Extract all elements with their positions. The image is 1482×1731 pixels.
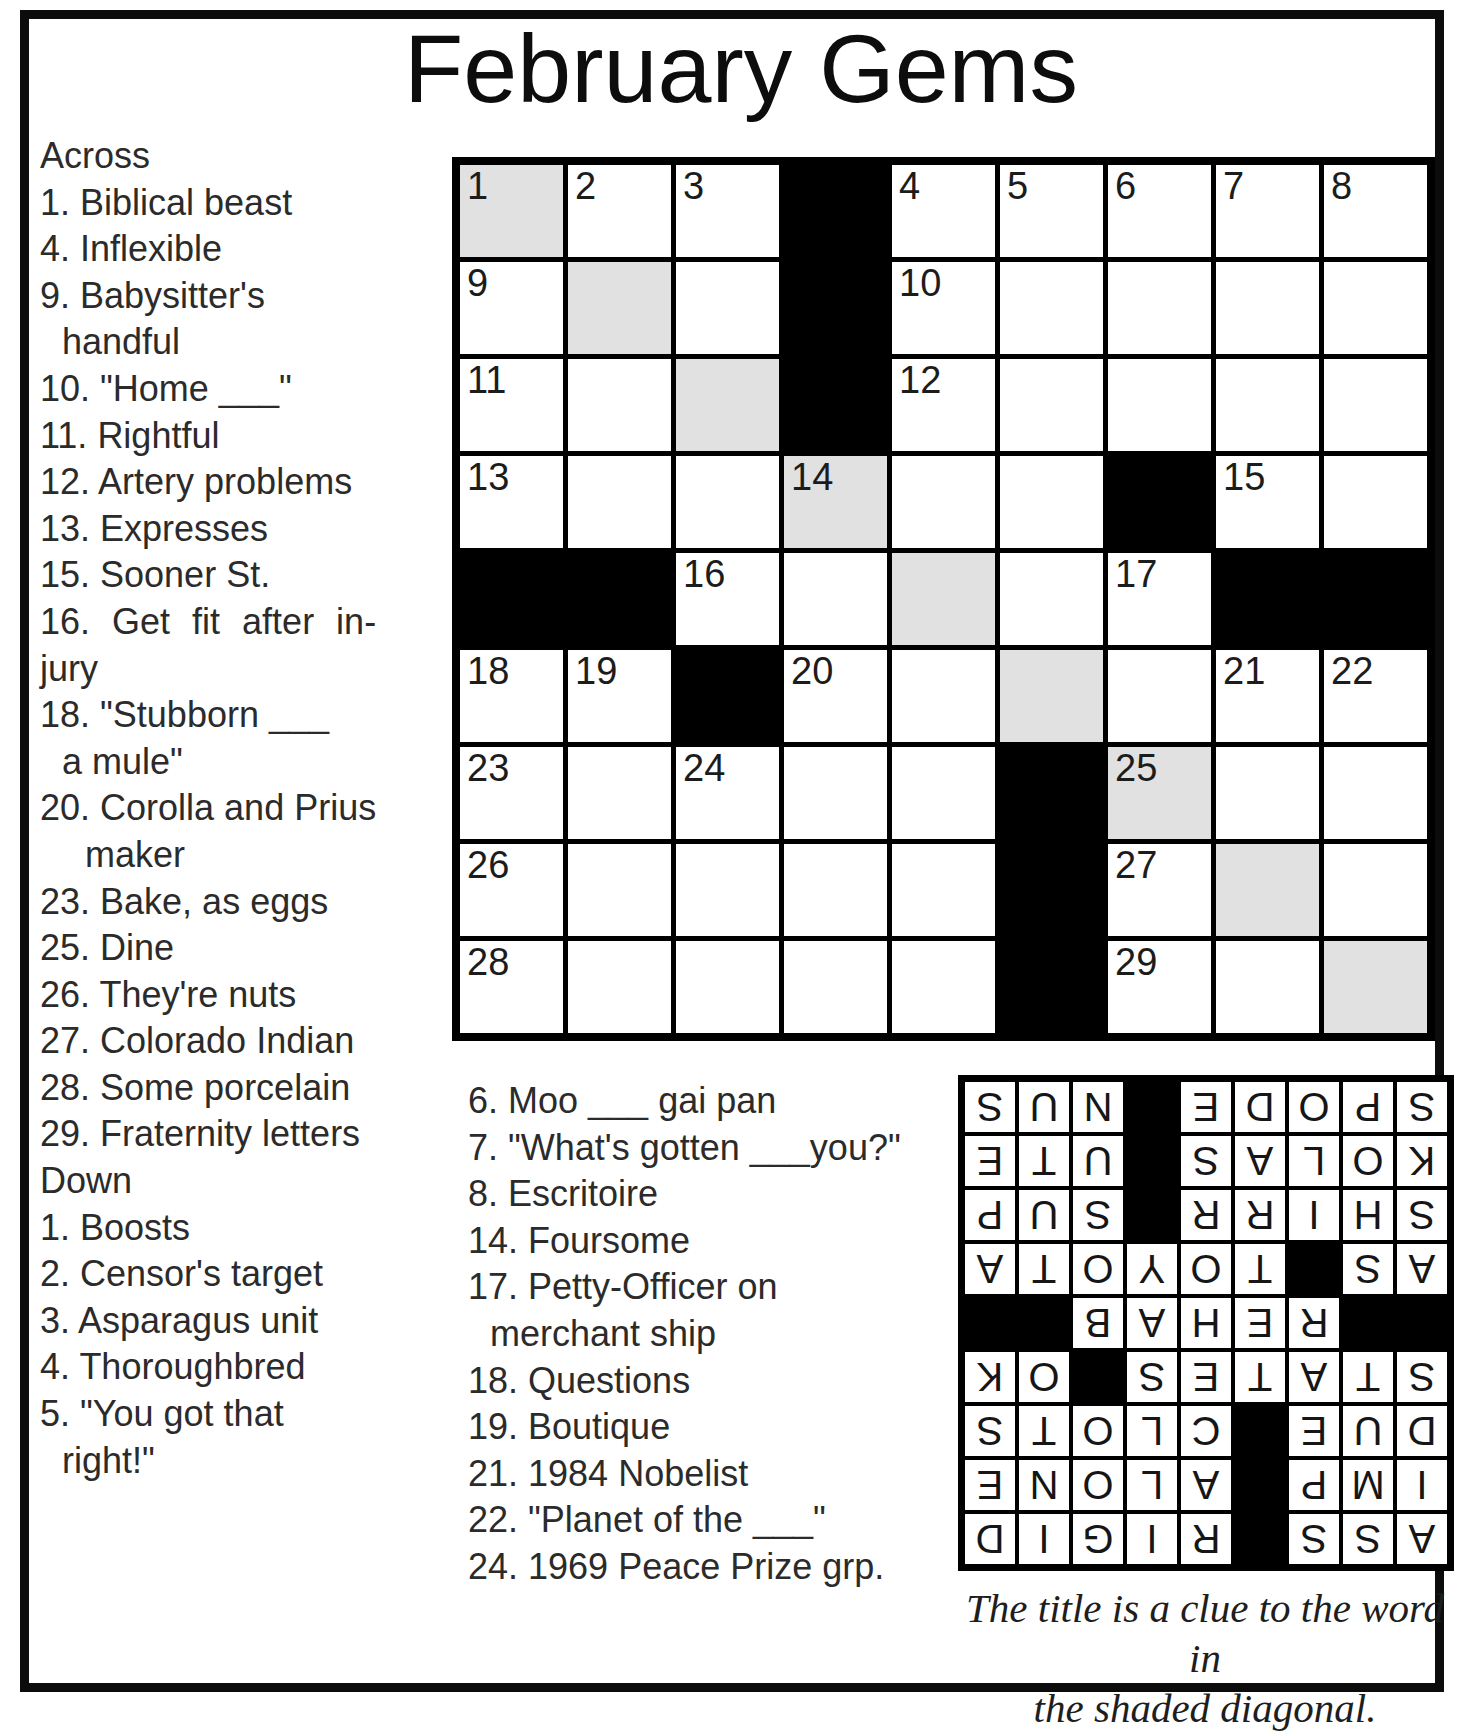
answer-cell-r7c7: S [1073,1190,1123,1240]
clue-line: 20. Corolla and Prius [40,785,412,832]
clue-line: 10. "Home ___" [40,366,412,413]
answer-cell-r5c5: H [1181,1298,1231,1348]
answer-cell-r3c6: L [1127,1406,1177,1456]
grid-cell-r5c8 [1216,553,1319,645]
clue-line: 21. 1984 Nobelist [468,1451,953,1498]
grid-cell-r1c3[interactable]: 3 [676,165,779,257]
footnote: The title is a clue to the word in the s… [945,1583,1465,1731]
grid-cell-r9c4[interactable] [784,941,887,1033]
grid-cell-r1c4 [784,165,887,257]
clue-number: 12 [899,360,941,402]
answer-cell-r4c2: T [1343,1352,1393,1402]
grid-cell-r9c1[interactable]: 28 [460,941,563,1033]
answer-cell-r3c5: C [1181,1406,1231,1456]
clue-number: 7 [1223,166,1244,208]
clue-number: 15 [1223,457,1265,499]
clue-number: 1 [467,166,488,208]
answer-cell-r9c4: D [1235,1082,1285,1132]
answer-cell-r7c9: P [965,1190,1015,1240]
grid-cell-r6c7[interactable] [1108,650,1211,742]
clue-number: 22 [1331,651,1373,693]
answer-cell-r2c1: I [1397,1460,1447,1510]
answer-cell-r5c2 [1343,1298,1393,1348]
answer-cell-r2c9: E [965,1460,1015,1510]
grid-cell-r3c1[interactable]: 11 [460,359,563,451]
answer-cell-r3c4 [1235,1406,1285,1456]
clue-line: jury [40,646,412,693]
answer-cell-r1c4 [1235,1514,1285,1564]
clue-line: 29. Fraternity letters [40,1111,412,1158]
grid-cell-r2c9[interactable] [1324,262,1427,354]
clue-line: 13. Expresses [40,506,412,553]
grid-cell-r1c6[interactable]: 5 [1000,165,1103,257]
clue-number: 6 [1115,166,1136,208]
answer-cell-r6c9: A [965,1244,1015,1294]
grid-cell-r5c6[interactable] [1000,553,1103,645]
clue-line: handful [40,319,412,366]
grid-cell-r5c2 [568,553,671,645]
grid-cell-r4c4[interactable]: 14 [784,456,887,548]
grid-cell-r7c8[interactable] [1216,747,1319,839]
grid-cell-r6c5[interactable] [892,650,995,742]
answer-cell-r1c9: D [965,1514,1015,1564]
answer-cell-r1c3: S [1289,1514,1339,1564]
answer-cell-r2c6: L [1127,1460,1177,1510]
answer-cell-r2c5: A [1181,1460,1231,1510]
grid-cell-r7c4[interactable] [784,747,887,839]
grid-cell-r1c9[interactable]: 8 [1324,165,1427,257]
grid-cell-r9c8[interactable] [1216,941,1319,1033]
grid-cell-r3c5[interactable]: 12 [892,359,995,451]
grid-cell-r3c3[interactable] [676,359,779,451]
answer-cell-r4c8: O [1019,1352,1069,1402]
answer-cell-r5c8 [1019,1298,1069,1348]
clue-number: 25 [1115,748,1157,790]
down-clues-continued-list: 6. Moo ___ gai pan7. "What's gotten ___y… [468,1078,953,1591]
grid-cell-r8c8[interactable] [1216,844,1319,936]
grid-cell-r4c2[interactable] [568,456,671,548]
grid-cell-r9c9[interactable] [1324,941,1427,1033]
clue-line: 22. "Planet of the ___" [468,1497,953,1544]
grid-cell-r2c6[interactable] [1000,262,1103,354]
clue-number: 8 [1331,166,1352,208]
grid-cell-r1c7[interactable]: 6 [1108,165,1211,257]
clue-number: 5 [1007,166,1028,208]
grid-cell-r6c6[interactable] [1000,650,1103,742]
grid-cell-r4c8[interactable]: 15 [1216,456,1319,548]
page: February Gems Across1. Biblical beast4. … [0,0,1482,1731]
clue-line: 28. Some porcelain [40,1065,412,1112]
grid-cell-r5c5[interactable] [892,553,995,645]
answer-cell-r3c1: D [1397,1406,1447,1456]
grid-cell-r4c7 [1108,456,1211,548]
grid-cell-r2c4 [784,262,887,354]
clue-number: 11 [467,360,506,402]
clue-line: 1. Biblical beast [40,180,412,227]
answer-cell-r7c8: U [1019,1190,1069,1240]
grid-cell-r7c3[interactable]: 24 [676,747,779,839]
clue-number: 26 [467,845,509,887]
answer-cell-r2c7: O [1073,1460,1123,1510]
answer-cell-r6c2: S [1343,1244,1393,1294]
answer-cell-r8c5: S [1181,1136,1231,1186]
answer-cell-r8c8: T [1019,1136,1069,1186]
clue-line: 3. Asparagus unit [40,1298,412,1345]
clue-number: 21 [1223,651,1265,693]
clue-line: a mule" [40,739,412,786]
clue-number: 28 [467,942,509,984]
answer-cell-r1c6: I [1127,1514,1177,1564]
answer-cell-r6c8: T [1019,1244,1069,1294]
answer-cell-r5c9 [965,1298,1015,1348]
answer-cell-r8c3: L [1289,1136,1339,1186]
grid-cell-r5c1 [460,553,563,645]
answer-cell-r2c2: M [1343,1460,1393,1510]
answer-cell-r5c1 [1397,1298,1447,1348]
answer-cell-r5c7: B [1073,1298,1123,1348]
answer-cell-r8c6 [1127,1136,1177,1186]
grid-cell-r8c2[interactable] [568,844,671,936]
clue-line: 4. Thoroughbred [40,1344,412,1391]
clue-number: 19 [575,651,617,693]
clue-line: 7. "What's gotten ___you?" [468,1125,953,1172]
grid-cell-r3c7[interactable] [1108,359,1211,451]
clue-line: merchant ship [468,1311,953,1358]
clue-line: maker [40,832,412,879]
answer-cell-r5c4: E [1235,1298,1285,1348]
answer-cell-r8c7: U [1073,1136,1123,1186]
answer-cell-r9c7: N [1073,1082,1123,1132]
clue-line: 4. Inflexible [40,226,412,273]
answer-cell-r8c4: A [1235,1136,1285,1186]
answer-grid-rotated: ASSRIGIDIMPALONEDUECLOTSSTATESOKREHABAST… [958,1075,1454,1571]
clue-number: 17 [1115,554,1157,596]
clue-line: 5. "You got that [40,1391,412,1438]
across-and-down-clues-list: Across1. Biblical beast4. Inflexible9. B… [40,133,412,1484]
main-grid: 1234567891011121314151617181920212223242… [452,157,1435,1041]
clue-line: 18. Questions [468,1358,953,1405]
answer-cell-r6c5: O [1181,1244,1231,1294]
clue-line: 19. Boutique [468,1404,953,1451]
grid-cell-r9c5[interactable] [892,941,995,1033]
clue-number: 18 [467,651,509,693]
answer-cell-r6c6: Y [1127,1244,1177,1294]
grid-cell-r7c5[interactable] [892,747,995,839]
grid-cell-r4c5[interactable] [892,456,995,548]
answer-cell-r9c9: S [965,1082,1015,1132]
answer-cell-r9c8: U [1019,1082,1069,1132]
answer-cell-r1c2: S [1343,1514,1393,1564]
clue-number: 23 [467,748,509,790]
grid-cell-r5c9 [1324,553,1427,645]
answer-cell-r9c5: E [1181,1082,1231,1132]
grid-cell-r7c1[interactable]: 23 [460,747,563,839]
grid-cell-r1c5[interactable]: 4 [892,165,995,257]
grid-cell-r5c4[interactable] [784,553,887,645]
answer-cell-r3c8: T [1019,1406,1069,1456]
clue-line: 23. Bake, as eggs [40,879,412,926]
grid-cell-r6c4[interactable]: 20 [784,650,887,742]
clue-line: right!" [40,1438,412,1485]
answer-cell-r9c2: P [1343,1082,1393,1132]
grid-cell-r2c8[interactable] [1216,262,1319,354]
grid-cell-r2c5[interactable]: 10 [892,262,995,354]
answer-cell-r3c7: O [1073,1406,1123,1456]
answer-cell-r3c3: E [1289,1406,1339,1456]
clue-number: 10 [899,263,941,305]
grid-cell-r3c9[interactable] [1324,359,1427,451]
grid-cell-r2c2[interactable] [568,262,671,354]
answer-cell-r1c1: A [1397,1514,1447,1564]
grid-cell-r1c2[interactable]: 2 [568,165,671,257]
answer-cell-r5c3: R [1289,1298,1339,1348]
answer-cell-r7c2: H [1343,1190,1393,1240]
grid-cell-r2c1[interactable]: 9 [460,262,563,354]
clue-line: 2. Censor's target [40,1251,412,1298]
clue-line: 12. Artery problems [40,459,412,506]
answer-cell-r7c1: S [1397,1190,1447,1240]
grid-cell-r8c3[interactable] [676,844,779,936]
clue-line: 9. Babysitter's [40,273,412,320]
clue-number: 3 [683,166,704,208]
grid-cell-r8c1[interactable]: 26 [460,844,563,936]
grid-cell-r6c8[interactable]: 21 [1216,650,1319,742]
answer-cell-r8c2: O [1343,1136,1393,1186]
clue-line: 25. Dine [40,925,412,972]
clue-line: Down [40,1158,412,1205]
grid-cell-r4c6[interactable] [1000,456,1103,548]
grid-cell-r7c7[interactable]: 25 [1108,747,1211,839]
grid-cell-r8c7[interactable]: 27 [1108,844,1211,936]
grid-cell-r7c9[interactable] [1324,747,1427,839]
answer-cell-r3c2: U [1343,1406,1393,1456]
grid-cell-r4c3[interactable] [676,456,779,548]
clue-number: 13 [467,457,509,499]
answer-cell-r6c3 [1289,1244,1339,1294]
answer-cell-r6c4: T [1235,1244,1285,1294]
clue-line: 15. Sooner St. [40,552,412,599]
answer-cell-r8c1: K [1397,1136,1447,1186]
grid-cell-r5c7[interactable]: 17 [1108,553,1211,645]
clue-number: 27 [1115,845,1157,887]
clue-line: 16. Get fit after in- [40,599,412,646]
answer-cell-r2c4 [1235,1460,1285,1510]
answer-cell-r3c9: S [965,1406,1015,1456]
grid-cell-r9c7[interactable]: 29 [1108,941,1211,1033]
answer-cell-r4c9: K [965,1352,1015,1402]
answer-cell-r9c6 [1127,1082,1177,1132]
grid-cell-r1c8[interactable]: 7 [1216,165,1319,257]
clue-line: 27. Colorado Indian [40,1018,412,1065]
clue-line: 24. 1969 Peace Prize grp. [468,1544,953,1591]
clue-line: 11. Rightful [40,413,412,460]
answer-cell-r4c1: S [1397,1352,1447,1402]
grid-cell-r9c2[interactable] [568,941,671,1033]
grid-cell-r8c5[interactable] [892,844,995,936]
clue-line: 8. Escritoire [468,1171,953,1218]
grid-cell-r4c9[interactable] [1324,456,1427,548]
clue-number: 20 [791,651,833,693]
grid-cell-r6c3 [676,650,779,742]
clue-number: 29 [1115,942,1157,984]
answer-cell-r1c7: G [1073,1514,1123,1564]
grid-cell-r9c6 [1000,941,1103,1033]
clue-number: 2 [575,166,596,208]
clue-line: 6. Moo ___ gai pan [468,1078,953,1125]
answer-cell-r7c3: I [1289,1190,1339,1240]
answer-cell-r1c8: I [1019,1514,1069,1564]
clue-number: 24 [683,748,725,790]
clue-line: 17. Petty-Officer on [468,1264,953,1311]
footnote-line-2: the shaded diagonal. [945,1683,1465,1731]
clue-line: 14. Foursome [468,1218,953,1265]
answer-cell-r5c6: A [1127,1298,1177,1348]
answer-cell-r2c8: N [1019,1460,1069,1510]
clue-number: 9 [467,263,488,305]
grid-cell-r6c9[interactable]: 22 [1324,650,1427,742]
answer-cell-r7c6 [1127,1190,1177,1240]
answer-cell-r6c1: A [1397,1244,1447,1294]
grid-cell-r8c4[interactable] [784,844,887,936]
answer-cell-r4c3: A [1289,1352,1339,1402]
grid-cell-r6c1[interactable]: 18 [460,650,563,742]
grid-cell-r6c2[interactable]: 19 [568,650,671,742]
grid-cell-r4c1[interactable]: 13 [460,456,563,548]
clue-line: 26. They're nuts [40,972,412,1019]
grid-cell-r7c6 [1000,747,1103,839]
clue-line: Across [40,133,412,180]
grid-cell-r2c3[interactable] [676,262,779,354]
grid-cell-r9c3[interactable] [676,941,779,1033]
grid-cell-r7c2[interactable] [568,747,671,839]
clue-line: 18. "Stubborn ___ [40,692,412,739]
answer-cell-r7c4: R [1235,1190,1285,1240]
answer-cell-r8c9: E [965,1136,1015,1186]
clue-number: 4 [899,166,920,208]
answer-cell-r4c4: T [1235,1352,1285,1402]
footnote-line-1: The title is a clue to the word in [945,1583,1465,1683]
grid-cell-r8c6 [1000,844,1103,936]
answer-cell-r7c5: R [1181,1190,1231,1240]
answer-cell-r1c5: R [1181,1514,1231,1564]
grid-cell-r5c3[interactable]: 16 [676,553,779,645]
answer-cell-r2c3: P [1289,1460,1339,1510]
grid-cell-r3c8[interactable] [1216,359,1319,451]
answer-cell-r4c5: E [1181,1352,1231,1402]
clue-number: 16 [683,554,725,596]
grid-cell-r3c2[interactable] [568,359,671,451]
answer-cell-r9c1: S [1397,1082,1447,1132]
grid-cell-r8c9[interactable] [1324,844,1427,936]
puzzle-title: February Gems [0,18,1482,120]
grid-cell-r3c6[interactable] [1000,359,1103,451]
answer-cell-r4c7 [1073,1352,1123,1402]
answer-cell-r6c7: O [1073,1244,1123,1294]
answer-cell-r4c6: S [1127,1352,1177,1402]
grid-cell-r2c7[interactable] [1108,262,1211,354]
clue-number: 14 [791,457,833,499]
grid-cell-r1c1[interactable]: 1 [460,165,563,257]
clue-line: 1. Boosts [40,1205,412,1252]
grid-cell-r3c4 [784,359,887,451]
answer-cell-r9c3: O [1289,1082,1339,1132]
